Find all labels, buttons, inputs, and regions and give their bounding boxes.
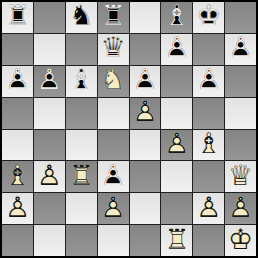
square-e5[interactable]: ♟♙ [130,98,161,129]
white-bishop: ♝♗ [2,161,33,192]
white-rook: ♜♖ [66,161,97,192]
black-king: ♚♔ [193,2,224,33]
white-queen: ♛♕ [225,161,256,192]
piece-outline-glyph: ♙ [132,98,157,126]
black-pawn: ♟♙ [2,66,33,97]
piece-outline-glyph: ♖ [5,2,30,30]
white-knight: ♞♘ [98,66,129,97]
square-f1[interactable]: ♜♖ [161,225,192,256]
square-f5[interactable] [161,98,192,129]
square-c7[interactable] [66,34,97,65]
square-a3[interactable]: ♝♗ [2,161,33,192]
piece-outline-glyph: ♙ [37,66,62,94]
square-h6[interactable] [225,66,256,97]
black-pawn: ♟♙ [98,161,129,192]
square-a6[interactable]: ♟♙ [2,66,33,97]
square-b1[interactable] [34,225,65,256]
square-g5[interactable] [193,98,224,129]
square-b3[interactable]: ♟♙ [34,161,65,192]
piece-outline-glyph: ♗ [5,162,30,190]
piece-outline-glyph: ♙ [101,162,126,190]
piece-outline-glyph: ♕ [228,162,253,190]
piece-outline-glyph: ♙ [164,130,189,158]
square-e3[interactable] [130,161,161,192]
square-f3[interactable] [161,161,192,192]
white-pawn: ♟♙ [130,98,161,129]
square-f7[interactable]: ♟♙ [161,34,192,65]
square-b8[interactable] [34,2,65,33]
black-bishop: ♝♗ [161,2,192,33]
square-c3[interactable]: ♜♖ [66,161,97,192]
square-a2[interactable]: ♟♙ [2,193,33,224]
square-a7[interactable] [2,34,33,65]
piece-outline-glyph: ♙ [196,66,221,94]
piece-outline-glyph: ♙ [132,66,157,94]
square-b6[interactable]: ♟♙ [34,66,65,97]
square-h4[interactable] [225,130,256,161]
square-h2[interactable]: ♟♙ [225,193,256,224]
square-f8[interactable]: ♝♗ [161,2,192,33]
square-g2[interactable]: ♟♙ [193,193,224,224]
piece-outline-glyph: ♔ [228,225,253,253]
square-c8[interactable]: ♞♘ [66,2,97,33]
square-e4[interactable] [130,130,161,161]
square-c5[interactable] [66,98,97,129]
black-pawn: ♟♙ [225,34,256,65]
square-g6[interactable]: ♟♙ [193,66,224,97]
piece-outline-glyph: ♘ [69,2,94,30]
chess-board: ♜♖♞♘♜♖♝♗♚♔♛♕♟♙♟♙♟♙♟♙♝♗♞♘♟♙♟♙♟♙♟♙♝♗♝♗♟♙♜♖… [2,2,256,256]
square-a1[interactable] [2,225,33,256]
square-a4[interactable] [2,130,33,161]
square-b7[interactable] [34,34,65,65]
piece-outline-glyph: ♗ [196,130,221,158]
square-d2[interactable]: ♟♙ [98,193,129,224]
piece-outline-glyph: ♙ [5,194,30,222]
white-pawn: ♟♙ [225,193,256,224]
square-d7[interactable]: ♛♕ [98,34,129,65]
piece-outline-glyph: ♙ [228,34,253,62]
square-g3[interactable] [193,161,224,192]
square-h7[interactable]: ♟♙ [225,34,256,65]
square-h8[interactable] [225,2,256,33]
white-rook: ♜♖ [161,225,192,256]
white-pawn: ♟♙ [2,193,33,224]
square-a5[interactable] [2,98,33,129]
piece-outline-glyph: ♕ [101,34,126,62]
square-c6[interactable]: ♝♗ [66,66,97,97]
piece-outline-glyph: ♙ [37,162,62,190]
square-c4[interactable] [66,130,97,161]
black-pawn: ♟♙ [193,66,224,97]
piece-outline-glyph: ♙ [5,66,30,94]
square-g8[interactable]: ♚♔ [193,2,224,33]
black-knight: ♞♘ [66,2,97,33]
square-e1[interactable] [130,225,161,256]
square-e6[interactable]: ♟♙ [130,66,161,97]
chess-board-frame: ♜♖♞♘♜♖♝♗♚♔♛♕♟♙♟♙♟♙♟♙♝♗♞♘♟♙♟♙♟♙♟♙♝♗♝♗♟♙♜♖… [0,0,258,258]
square-d1[interactable] [98,225,129,256]
square-b4[interactable] [34,130,65,161]
square-h3[interactable]: ♛♕ [225,161,256,192]
black-pawn: ♟♙ [130,66,161,97]
white-pawn: ♟♙ [98,193,129,224]
square-f6[interactable] [161,66,192,97]
piece-outline-glyph: ♖ [101,2,126,30]
white-pawn: ♟♙ [193,193,224,224]
black-bishop: ♝♗ [66,66,97,97]
piece-outline-glyph: ♖ [164,225,189,253]
square-e7[interactable] [130,34,161,65]
piece-outline-glyph: ♙ [101,194,126,222]
white-bishop: ♝♗ [193,130,224,161]
black-pawn: ♟♙ [161,34,192,65]
square-h5[interactable] [225,98,256,129]
piece-outline-glyph: ♔ [196,2,221,30]
square-e2[interactable] [130,193,161,224]
square-d3[interactable]: ♟♙ [98,161,129,192]
square-c1[interactable] [66,225,97,256]
square-b5[interactable] [34,98,65,129]
black-rook: ♜♖ [98,2,129,33]
square-g4[interactable]: ♝♗ [193,130,224,161]
square-d8[interactable]: ♜♖ [98,2,129,33]
square-e8[interactable] [130,2,161,33]
white-pawn: ♟♙ [161,130,192,161]
black-pawn: ♟♙ [34,66,65,97]
square-g7[interactable] [193,34,224,65]
square-b2[interactable] [34,193,65,224]
black-queen: ♛♕ [98,34,129,65]
piece-outline-glyph: ♗ [164,2,189,30]
white-king: ♚♔ [225,225,256,256]
square-d5[interactable] [98,98,129,129]
square-d4[interactable] [98,130,129,161]
white-pawn: ♟♙ [34,161,65,192]
piece-outline-glyph: ♖ [69,162,94,190]
piece-outline-glyph: ♘ [101,66,126,94]
square-g1[interactable] [193,225,224,256]
piece-outline-glyph: ♙ [228,194,253,222]
square-a8[interactable]: ♜♖ [2,2,33,33]
black-rook: ♜♖ [2,2,33,33]
square-c2[interactable] [66,193,97,224]
square-f4[interactable]: ♟♙ [161,130,192,161]
square-d6[interactable]: ♞♘ [98,66,129,97]
square-h1[interactable]: ♚♔ [225,225,256,256]
piece-outline-glyph: ♗ [69,66,94,94]
square-f2[interactable] [161,193,192,224]
piece-outline-glyph: ♙ [196,194,221,222]
piece-outline-glyph: ♙ [164,34,189,62]
